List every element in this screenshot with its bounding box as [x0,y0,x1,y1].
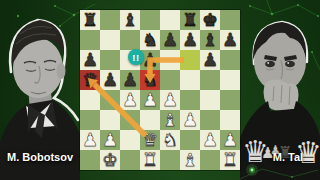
piece-white-pawn-h2[interactable]: ♟ [220,130,240,150]
square-a6[interactable]: ♟ [80,50,100,70]
thumbnail-stage: ♛ ♟ ♟ ♜ ♛ ♜♝♜♚♞♟♟♝♟♟♟♟♛♟♟♞♟♟♟♝♟♟♟♛♞♟♟♚♜♝… [0,0,320,180]
square-f6[interactable] [180,50,200,70]
square-f8[interactable]: ♜ [180,10,200,30]
square-d4[interactable]: ♟ [140,90,160,110]
square-e2[interactable]: ♞ [160,130,180,150]
chess-board[interactable]: ♜♝♜♚♞♟♟♝♟♟♟♟♛♟♟♞♟♟♟♝♟♟♟♛♞♟♟♚♜♝♜ [80,10,240,170]
square-g7[interactable]: ♝ [200,30,220,50]
square-e1[interactable] [160,150,180,170]
square-g4[interactable] [200,90,220,110]
player-name-right: M. Tal [248,151,320,163]
square-c5[interactable]: ♟ [120,70,140,90]
left-eye [265,61,275,67]
square-h2[interactable]: ♟ [220,130,240,150]
piece-white-pawn-c4[interactable]: ♟ [120,90,140,110]
square-f1[interactable]: ♝ [180,150,200,170]
square-c3[interactable] [120,110,140,130]
square-h7[interactable]: ♟ [220,30,240,50]
square-g5[interactable] [200,70,220,90]
square-e8[interactable] [160,10,180,30]
square-d1[interactable]: ♜ [140,150,160,170]
suit [0,100,80,180]
square-a7[interactable] [80,30,100,50]
square-a2[interactable]: ♟ [80,130,100,150]
brilliant-move-badge: !! [128,49,144,65]
square-a4[interactable] [80,90,100,110]
piece-white-pawn-g2[interactable]: ♟ [200,130,220,150]
player-name-left: M. Bobotsov [0,151,80,163]
square-e7[interactable]: ♟ [160,30,180,50]
square-b2[interactable]: ♟ [100,130,120,150]
square-d2[interactable]: ♛ [140,130,160,150]
square-e6[interactable] [160,50,180,70]
piece-white-queen-d2[interactable]: ♛ [140,130,160,150]
square-e4[interactable]: ♟ [160,90,180,110]
piece-black-bishop-c8[interactable]: ♝ [120,10,140,30]
square-b3[interactable] [100,110,120,130]
piece-white-rook-d1[interactable]: ♜ [140,150,160,170]
square-h8[interactable] [220,10,240,30]
piece-black-pawn-e7[interactable]: ♟ [160,30,180,50]
square-d7[interactable]: ♞ [140,30,160,50]
square-c8[interactable]: ♝ [120,10,140,30]
square-b4[interactable] [100,90,120,110]
piece-black-pawn-a6[interactable]: ♟ [80,50,100,70]
square-e5[interactable] [160,70,180,90]
square-f2[interactable] [180,130,200,150]
square-d3[interactable] [140,110,160,130]
square-a5[interactable]: ♛ [80,70,100,90]
square-b6[interactable] [100,50,120,70]
brilliant-move-text: !! [132,52,139,63]
piece-black-knight-d7[interactable]: ♞ [140,30,160,50]
piece-black-knight-d5[interactable]: ♞ [140,70,160,90]
eye-glint [287,62,289,64]
square-a8[interactable]: ♜ [80,10,100,30]
piece-white-rook-h1[interactable]: ♜ [220,150,240,170]
piece-white-pawn-a2[interactable]: ♟ [80,130,100,150]
square-b5[interactable]: ♟ [100,70,120,90]
piece-black-pawn-c5[interactable]: ♟ [120,70,140,90]
square-c2[interactable] [120,130,140,150]
square-c1[interactable] [120,150,140,170]
piece-white-king-b1[interactable]: ♚ [100,150,120,170]
square-d5[interactable]: ♞ [140,70,160,90]
piece-black-pawn-g6[interactable]: ♟ [200,50,220,70]
square-f4[interactable] [180,90,200,110]
piece-white-pawn-d4[interactable]: ♟ [140,90,160,110]
piece-white-pawn-b2[interactable]: ♟ [100,130,120,150]
square-c7[interactable] [120,30,140,50]
piece-black-rook-f8[interactable]: ♜ [180,10,200,30]
piece-black-pawn-f7[interactable]: ♟ [180,30,200,50]
piece-white-bishop-e3[interactable]: ♝ [160,110,180,130]
square-b1[interactable]: ♚ [100,150,120,170]
square-h6[interactable] [220,50,240,70]
piece-black-pawn-h7[interactable]: ♟ [220,30,240,50]
piece-black-bishop-g7[interactable]: ♝ [200,30,220,50]
square-a3[interactable] [80,110,100,130]
square-g2[interactable]: ♟ [200,130,220,150]
square-h4[interactable] [220,90,240,110]
square-g1[interactable] [200,150,220,170]
eye-glint [267,62,269,64]
square-h5[interactable] [220,70,240,90]
square-d8[interactable] [140,10,160,30]
piece-white-pawn-e4[interactable]: ♟ [160,90,180,110]
piece-white-bishop-f1[interactable]: ♝ [180,150,200,170]
piece-black-queen-a5[interactable]: ♛ [80,70,100,90]
square-f3[interactable]: ♟ [180,110,200,130]
square-h1[interactable]: ♜ [220,150,240,170]
square-e3[interactable]: ♝ [160,110,180,130]
ear [57,63,66,79]
square-a1[interactable] [80,150,100,170]
piece-black-rook-a8[interactable]: ♜ [80,10,100,30]
square-g6[interactable]: ♟ [200,50,220,70]
square-g3[interactable] [200,110,220,130]
square-g8[interactable]: ♚ [200,10,220,30]
right-eye [285,61,295,67]
square-b7[interactable] [100,30,120,50]
piece-black-pawn-b5[interactable]: ♟ [100,70,120,90]
piece-black-king-g8[interactable]: ♚ [200,10,220,30]
square-h3[interactable] [220,110,240,130]
square-b8[interactable] [100,10,120,30]
square-f5[interactable] [180,70,200,90]
piece-white-pawn-f3[interactable]: ♟ [180,110,200,130]
square-f7[interactable]: ♟ [180,30,200,50]
square-c4[interactable]: ♟ [120,90,140,110]
piece-white-knight-e2[interactable]: ♞ [160,130,180,150]
